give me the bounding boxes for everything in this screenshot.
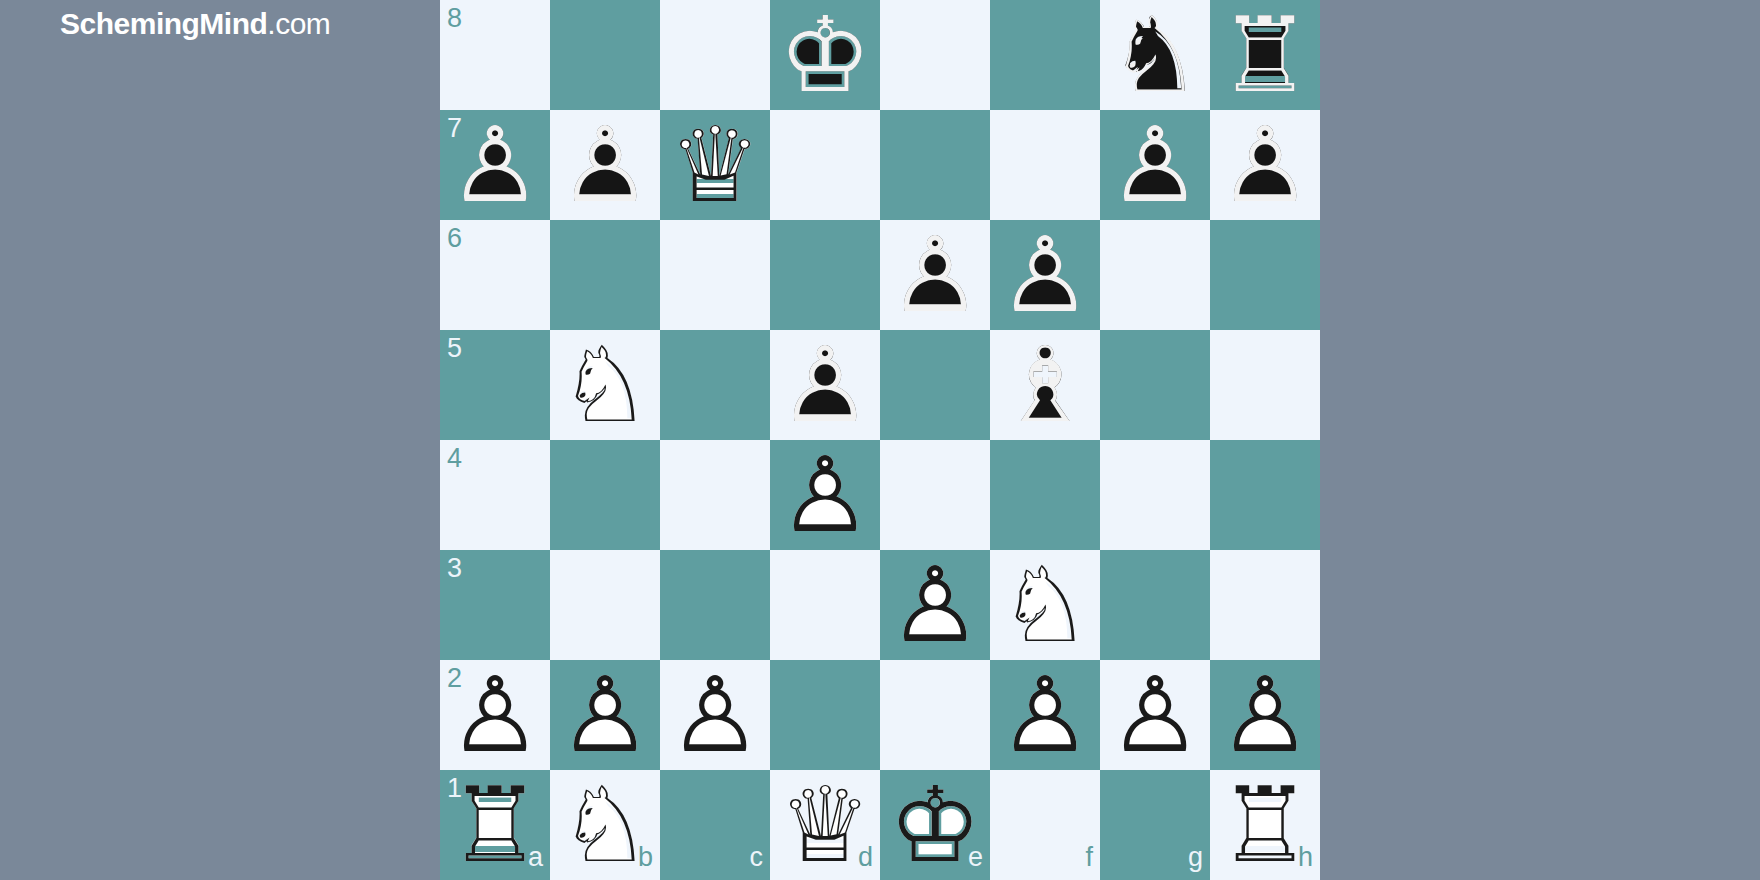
black-knight[interactable]: ♞♘	[1100, 0, 1210, 110]
square-h3[interactable]	[1210, 550, 1320, 660]
square-a3[interactable]: 3	[440, 550, 550, 660]
piece-outline-glyph: ♖	[1210, 770, 1320, 880]
square-g5[interactable]	[1100, 330, 1210, 440]
white-knight[interactable]: ♞♘	[990, 550, 1100, 660]
square-f2[interactable]: ♟♙	[990, 660, 1100, 770]
black-pawn[interactable]: ♟♙	[550, 110, 660, 220]
rank-label-5: 5	[447, 335, 462, 362]
piece-outline-glyph: ♙	[880, 550, 990, 660]
square-b1[interactable]: b♞♘	[550, 770, 660, 880]
square-a7[interactable]: 7♟♙	[440, 110, 550, 220]
black-pawn[interactable]: ♟♙	[440, 110, 550, 220]
square-b4[interactable]	[550, 440, 660, 550]
rank-label-3: 3	[447, 555, 462, 582]
square-f6[interactable]: ♟♙	[990, 220, 1100, 330]
piece-outline-glyph: ♘	[550, 770, 660, 880]
rank-label-6: 6	[447, 225, 462, 252]
white-pawn[interactable]: ♟♙	[550, 660, 660, 770]
square-d4[interactable]: ♟♙	[770, 440, 880, 550]
square-c8[interactable]	[660, 0, 770, 110]
black-rook[interactable]: ♜♖	[1210, 0, 1320, 110]
white-pawn[interactable]: ♟♙	[660, 660, 770, 770]
square-c5[interactable]	[660, 330, 770, 440]
square-f5[interactable]: ♝♗	[990, 330, 1100, 440]
square-e7[interactable]	[880, 110, 990, 220]
square-c1[interactable]: c	[660, 770, 770, 880]
piece-outline-glyph: ♖	[1210, 0, 1320, 110]
black-pawn[interactable]: ♟♙	[1210, 110, 1320, 220]
black-pawn[interactable]: ♟♙	[1100, 110, 1210, 220]
page-background: SchemingMind.com 8♚♔♞♘♜♖7♟♙♟♙♛♕♟♙♟♙6♟♙♟♙…	[0, 0, 1760, 880]
square-e1[interactable]: e♚♔	[880, 770, 990, 880]
square-d1[interactable]: d♛♕	[770, 770, 880, 880]
black-pawn[interactable]: ♟♙	[880, 220, 990, 330]
square-f3[interactable]: ♞♘	[990, 550, 1100, 660]
white-rook[interactable]: ♜♖	[440, 770, 550, 880]
piece-outline-glyph: ♔	[770, 0, 880, 110]
square-h8[interactable]: ♜♖	[1210, 0, 1320, 110]
piece-outline-glyph: ♙	[990, 220, 1100, 330]
chess-board: 8♚♔♞♘♜♖7♟♙♟♙♛♕♟♙♟♙6♟♙♟♙5♞♘♟♙♝♗4♟♙3♟♙♞♘2♟…	[440, 0, 1320, 880]
piece-outline-glyph: ♙	[660, 660, 770, 770]
square-b6[interactable]	[550, 220, 660, 330]
square-d6[interactable]	[770, 220, 880, 330]
site-logo[interactable]: SchemingMind.com	[60, 8, 330, 40]
square-f4[interactable]	[990, 440, 1100, 550]
piece-outline-glyph: ♕	[770, 770, 880, 880]
file-label-c: c	[750, 844, 764, 871]
square-c2[interactable]: ♟♙	[660, 660, 770, 770]
white-pawn[interactable]: ♟♙	[880, 550, 990, 660]
piece-outline-glyph: ♘	[990, 550, 1100, 660]
square-e6[interactable]: ♟♙	[880, 220, 990, 330]
white-queen[interactable]: ♛♕	[770, 770, 880, 880]
square-g8[interactable]: ♞♘	[1100, 0, 1210, 110]
square-d7[interactable]	[770, 110, 880, 220]
rank-label-4: 4	[447, 445, 462, 472]
square-b5[interactable]: ♞♘	[550, 330, 660, 440]
square-c4[interactable]	[660, 440, 770, 550]
white-pawn[interactable]: ♟♙	[1100, 660, 1210, 770]
square-d3[interactable]	[770, 550, 880, 660]
piece-outline-glyph: ♙	[770, 330, 880, 440]
piece-outline-glyph: ♘	[550, 330, 660, 440]
piece-outline-glyph: ♙	[880, 220, 990, 330]
piece-outline-glyph: ♙	[770, 440, 880, 550]
piece-outline-glyph: ♙	[990, 660, 1100, 770]
square-c7[interactable]: ♛♕	[660, 110, 770, 220]
square-a1[interactable]: 1a♜♖	[440, 770, 550, 880]
piece-outline-glyph: ♙	[440, 110, 550, 220]
square-e2[interactable]	[880, 660, 990, 770]
black-pawn[interactable]: ♟♙	[990, 220, 1100, 330]
square-a6[interactable]: 6	[440, 220, 550, 330]
piece-outline-glyph: ♖	[440, 770, 550, 880]
square-g7[interactable]: ♟♙	[1100, 110, 1210, 220]
piece-outline-glyph: ♗	[990, 330, 1100, 440]
square-d8[interactable]: ♚♔	[770, 0, 880, 110]
square-a8[interactable]: 8	[440, 0, 550, 110]
piece-outline-glyph: ♘	[1100, 0, 1210, 110]
site-logo-suffix: .com	[267, 7, 330, 40]
square-g4[interactable]	[1100, 440, 1210, 550]
square-a5[interactable]: 5	[440, 330, 550, 440]
square-b3[interactable]	[550, 550, 660, 660]
rank-label-8: 8	[447, 5, 462, 32]
piece-outline-glyph: ♙	[1210, 660, 1320, 770]
square-d2[interactable]	[770, 660, 880, 770]
square-c3[interactable]	[660, 550, 770, 660]
square-h5[interactable]	[1210, 330, 1320, 440]
square-d5[interactable]: ♟♙	[770, 330, 880, 440]
white-pawn[interactable]: ♟♙	[440, 660, 550, 770]
black-bishop[interactable]: ♝♗	[990, 330, 1100, 440]
square-g2[interactable]: ♟♙	[1100, 660, 1210, 770]
square-g1[interactable]: g	[1100, 770, 1210, 880]
white-pawn[interactable]: ♟♙	[770, 440, 880, 550]
square-e4[interactable]	[880, 440, 990, 550]
white-queen[interactable]: ♛♕	[660, 110, 770, 220]
square-h2[interactable]: ♟♙	[1210, 660, 1320, 770]
square-b8[interactable]	[550, 0, 660, 110]
square-a4[interactable]: 4	[440, 440, 550, 550]
square-e8[interactable]	[880, 0, 990, 110]
square-e3[interactable]: ♟♙	[880, 550, 990, 660]
piece-outline-glyph: ♕	[660, 110, 770, 220]
square-h7[interactable]: ♟♙	[1210, 110, 1320, 220]
square-g3[interactable]	[1100, 550, 1210, 660]
square-a2[interactable]: 2♟♙	[440, 660, 550, 770]
white-king[interactable]: ♚♔	[880, 770, 990, 880]
square-b7[interactable]: ♟♙	[550, 110, 660, 220]
square-h6[interactable]	[1210, 220, 1320, 330]
black-king[interactable]: ♚♔	[770, 0, 880, 110]
white-pawn[interactable]: ♟♙	[990, 660, 1100, 770]
piece-outline-glyph: ♙	[1210, 110, 1320, 220]
square-f7[interactable]	[990, 110, 1100, 220]
white-rook[interactable]: ♜♖	[1210, 770, 1320, 880]
piece-outline-glyph: ♙	[550, 660, 660, 770]
white-pawn[interactable]: ♟♙	[1210, 660, 1320, 770]
piece-outline-glyph: ♙	[550, 110, 660, 220]
square-e5[interactable]	[880, 330, 990, 440]
square-c6[interactable]	[660, 220, 770, 330]
square-h1[interactable]: h♜♖	[1210, 770, 1320, 880]
piece-outline-glyph: ♙	[440, 660, 550, 770]
square-b2[interactable]: ♟♙	[550, 660, 660, 770]
site-logo-brand: SchemingMind	[60, 7, 267, 40]
square-f1[interactable]: f	[990, 770, 1100, 880]
square-h4[interactable]	[1210, 440, 1320, 550]
file-label-g: g	[1188, 844, 1203, 871]
white-knight[interactable]: ♞♘	[550, 330, 660, 440]
square-f8[interactable]	[990, 0, 1100, 110]
piece-outline-glyph: ♙	[1100, 660, 1210, 770]
piece-outline-glyph: ♔	[880, 770, 990, 880]
white-knight[interactable]: ♞♘	[550, 770, 660, 880]
black-pawn[interactable]: ♟♙	[770, 330, 880, 440]
square-g6[interactable]	[1100, 220, 1210, 330]
piece-outline-glyph: ♙	[1100, 110, 1210, 220]
file-label-f: f	[1085, 844, 1093, 871]
